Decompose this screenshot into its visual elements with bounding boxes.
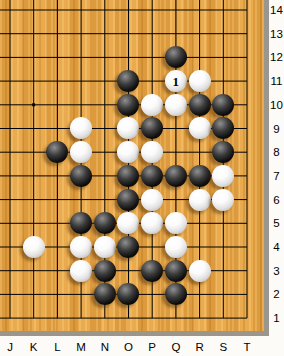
row-label-9: 9 [269,122,284,136]
point-T2[interactable] [235,282,259,306]
white-stone-O5[interactable] [117,212,139,234]
point-J4[interactable] [0,235,22,259]
white-stone-P8[interactable] [141,141,163,163]
point-K8[interactable] [22,140,46,164]
white-stone-R11[interactable] [189,70,211,92]
col-label-O: O [121,340,137,354]
row-label-11: 11 [269,74,284,88]
point-N1[interactable] [93,306,117,330]
point-L2[interactable] [46,282,70,306]
row-label-2: 2 [269,287,284,301]
black-stone-N5[interactable] [94,212,116,234]
point-L8[interactable] [46,140,70,164]
point-R14[interactable] [188,0,212,22]
white-stone-M4[interactable] [70,236,92,258]
point-P7[interactable] [140,164,164,188]
point-L1[interactable] [46,306,70,330]
col-label-R: R [192,340,208,354]
black-stone-O4[interactable] [117,236,139,258]
point-L13[interactable] [46,22,70,46]
point-Q1[interactable] [164,306,188,330]
point-P6[interactable] [140,188,164,212]
point-M11[interactable] [69,69,93,93]
go-diagram: 1 1413121110987654321 JKLMNOPQRST [0,0,284,356]
point-P2[interactable] [140,282,164,306]
point-K6[interactable] [22,188,46,212]
point-N13[interactable] [93,22,117,46]
white-stone-S7[interactable] [212,165,234,187]
row-label-13: 13 [269,27,284,41]
point-P10[interactable] [140,93,164,117]
white-stone-M3[interactable] [70,260,92,282]
col-label-T: T [239,340,255,354]
point-O11[interactable] [117,69,141,93]
point-J13[interactable] [0,22,22,46]
point-Q11[interactable]: 1 [164,69,188,93]
point-R5[interactable] [188,211,212,235]
point-R10[interactable] [188,93,212,117]
point-M9[interactable] [69,117,93,141]
point-T14[interactable] [235,0,259,22]
point-K12[interactable] [22,46,46,70]
point-N4[interactable] [93,235,117,259]
row-label-5: 5 [269,216,284,230]
point-M10[interactable] [69,93,93,117]
point-R11[interactable] [188,69,212,93]
row-label-6: 6 [269,193,284,207]
point-M7[interactable] [69,164,93,188]
point-J5[interactable] [0,211,22,235]
black-stone-M5[interactable] [70,212,92,234]
row-coordinate-strip: 1413121110987654321 [269,0,284,356]
point-Q12[interactable] [164,46,188,70]
white-stone-Q4[interactable] [165,236,187,258]
black-stone-P3[interactable] [141,260,163,282]
black-stone-R7[interactable] [189,165,211,187]
white-stone-O9[interactable] [117,117,139,139]
point-J8[interactable] [0,140,22,164]
point-K11[interactable] [22,69,46,93]
black-stone-N3[interactable] [94,260,116,282]
point-R9[interactable] [188,117,212,141]
point-N8[interactable] [93,140,117,164]
point-L9[interactable] [46,117,70,141]
black-stone-P7[interactable] [141,165,163,187]
point-N9[interactable] [93,117,117,141]
point-N3[interactable] [93,259,117,283]
black-stone-M7[interactable] [70,165,92,187]
point-O1[interactable] [117,306,141,330]
point-R3[interactable] [188,259,212,283]
point-P14[interactable] [140,0,164,22]
point-S5[interactable] [211,211,235,235]
black-stone-S8[interactable] [212,141,234,163]
point-O14[interactable] [117,0,141,22]
point-T9[interactable] [235,117,259,141]
col-label-L: L [49,340,65,354]
point-S7[interactable] [211,164,235,188]
col-label-Q: Q [168,340,184,354]
point-S8[interactable] [211,140,235,164]
point-S1[interactable] [211,306,235,330]
point-Q8[interactable] [164,140,188,164]
point-O9[interactable] [117,117,141,141]
point-K2[interactable] [22,282,46,306]
point-J2[interactable] [0,282,22,306]
point-Q6[interactable] [164,188,188,212]
point-M6[interactable] [69,188,93,212]
point-R12[interactable] [188,46,212,70]
point-T13[interactable] [235,22,259,46]
point-T1[interactable] [235,306,259,330]
point-L14[interactable] [46,0,70,22]
white-stone-N4[interactable] [94,236,116,258]
point-K3[interactable] [22,259,46,283]
point-L12[interactable] [46,46,70,70]
point-T10[interactable] [235,93,259,117]
point-T4[interactable] [235,235,259,259]
point-N7[interactable] [93,164,117,188]
black-stone-S9[interactable] [212,117,234,139]
col-label-N: N [97,340,113,354]
point-T11[interactable] [235,69,259,93]
point-O12[interactable] [117,46,141,70]
point-P4[interactable] [140,235,164,259]
point-P3[interactable] [140,259,164,283]
col-label-S: S [215,340,231,354]
board-intersections[interactable]: 1 [0,0,259,330]
point-P5[interactable] [140,211,164,235]
point-J7[interactable] [0,164,22,188]
black-stone-O2[interactable] [117,283,139,305]
point-S14[interactable] [211,0,235,22]
point-K7[interactable] [22,164,46,188]
white-stone-Q11[interactable]: 1 [165,70,187,92]
point-T8[interactable] [235,140,259,164]
point-J10[interactable] [0,93,22,117]
point-J6[interactable] [0,188,22,212]
point-M3[interactable] [69,259,93,283]
point-S11[interactable] [211,69,235,93]
white-stone-P6[interactable] [141,189,163,211]
point-S4[interactable] [211,235,235,259]
white-stone-P5[interactable] [141,212,163,234]
point-Q9[interactable] [164,117,188,141]
point-L10[interactable] [46,93,70,117]
point-M2[interactable] [69,282,93,306]
col-label-K: K [26,340,42,354]
point-M13[interactable] [69,22,93,46]
col-label-P: P [144,340,160,354]
point-S13[interactable] [211,22,235,46]
point-L6[interactable] [46,188,70,212]
point-T12[interactable] [235,46,259,70]
point-T3[interactable] [235,259,259,283]
point-N10[interactable] [93,93,117,117]
black-stone-Q12[interactable] [165,46,187,68]
point-J14[interactable] [0,0,22,22]
point-O4[interactable] [117,235,141,259]
point-S10[interactable] [211,93,235,117]
point-J1[interactable] [0,306,22,330]
point-N6[interactable] [93,188,117,212]
point-O2[interactable] [117,282,141,306]
white-stone-Q10[interactable] [165,94,187,116]
point-K10[interactable] [22,93,46,117]
point-P12[interactable] [140,46,164,70]
point-S12[interactable] [211,46,235,70]
point-M14[interactable] [69,0,93,22]
point-K4[interactable] [22,235,46,259]
point-J9[interactable] [0,117,22,141]
point-T5[interactable] [235,211,259,235]
point-R7[interactable] [188,164,212,188]
point-P11[interactable] [140,69,164,93]
point-R6[interactable] [188,188,212,212]
row-label-4: 4 [269,240,284,254]
point-N12[interactable] [93,46,117,70]
black-stone-O11[interactable] [117,70,139,92]
point-K1[interactable] [22,306,46,330]
point-L11[interactable] [46,69,70,93]
white-stone-S6[interactable] [212,189,234,211]
black-stone-S10[interactable] [212,94,234,116]
point-N2[interactable] [93,282,117,306]
point-T7[interactable] [235,164,259,188]
point-M4[interactable] [69,235,93,259]
point-O7[interactable] [117,164,141,188]
point-P8[interactable] [140,140,164,164]
point-S6[interactable] [211,188,235,212]
point-M1[interactable] [69,306,93,330]
black-stone-P9[interactable] [141,117,163,139]
point-L4[interactable] [46,235,70,259]
row-label-1: 1 [269,311,284,325]
point-R4[interactable] [188,235,212,259]
move-number-label: 1 [173,75,180,88]
col-label-M: M [73,340,89,354]
black-stone-O6[interactable] [117,189,139,211]
point-K5[interactable] [22,211,46,235]
black-stone-O10[interactable] [117,94,139,116]
black-stone-Q2[interactable] [165,283,187,305]
point-S9[interactable] [211,117,235,141]
point-O8[interactable] [117,140,141,164]
white-stone-M8[interactable] [70,141,92,163]
point-N14[interactable] [93,0,117,22]
black-stone-O7[interactable] [117,165,139,187]
row-label-10: 10 [269,98,284,112]
white-stone-O8[interactable] [117,141,139,163]
point-N11[interactable] [93,69,117,93]
point-M8[interactable] [69,140,93,164]
point-L5[interactable] [46,211,70,235]
point-R1[interactable] [188,306,212,330]
point-Q10[interactable] [164,93,188,117]
point-K9[interactable] [22,117,46,141]
point-O13[interactable] [117,22,141,46]
goban[interactable]: 1 [0,0,269,336]
point-S3[interactable] [211,259,235,283]
point-T6[interactable] [235,188,259,212]
point-Q14[interactable] [164,0,188,22]
point-P13[interactable] [140,22,164,46]
white-stone-P10[interactable] [141,94,163,116]
point-M5[interactable] [69,211,93,235]
point-P1[interactable] [140,306,164,330]
row-label-7: 7 [269,169,284,183]
point-J3[interactable] [0,259,22,283]
point-L3[interactable] [46,259,70,283]
point-O3[interactable] [117,259,141,283]
point-K14[interactable] [22,0,46,22]
point-J11[interactable] [0,69,22,93]
row-label-14: 14 [269,3,284,17]
point-P9[interactable] [140,117,164,141]
point-O6[interactable] [117,188,141,212]
point-Q2[interactable] [164,282,188,306]
black-stone-R10[interactable] [189,94,211,116]
white-stone-R3[interactable] [189,260,211,282]
col-label-J: J [2,340,18,354]
point-O10[interactable] [117,93,141,117]
white-stone-K4[interactable] [23,236,45,258]
point-N5[interactable] [93,211,117,235]
point-Q5[interactable] [164,211,188,235]
white-stone-M9[interactable] [70,117,92,139]
point-K13[interactable] [22,22,46,46]
black-stone-L8[interactable] [46,141,68,163]
point-Q13[interactable] [164,22,188,46]
point-S2[interactable] [211,282,235,306]
point-Q4[interactable] [164,235,188,259]
white-stone-R6[interactable] [189,189,211,211]
white-stone-Q5[interactable] [165,212,187,234]
row-label-8: 8 [269,145,284,159]
point-Q7[interactable] [164,164,188,188]
row-label-3: 3 [269,264,284,278]
row-label-12: 12 [269,50,284,64]
point-J12[interactable] [0,46,22,70]
point-Q3[interactable] [164,259,188,283]
point-R8[interactable] [188,140,212,164]
column-coordinate-strip: JKLMNOPQRST [0,336,269,356]
point-R13[interactable] [188,22,212,46]
point-R2[interactable] [188,282,212,306]
point-L7[interactable] [46,164,70,188]
black-stone-Q3[interactable] [165,260,187,282]
point-O5[interactable] [117,211,141,235]
black-stone-N2[interactable] [94,283,116,305]
black-stone-Q7[interactable] [165,165,187,187]
white-stone-R9[interactable] [189,117,211,139]
point-M12[interactable] [69,46,93,70]
